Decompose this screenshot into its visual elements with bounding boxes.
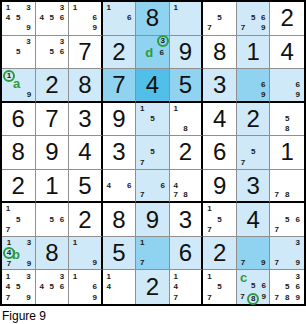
candidate-6: 6 [57, 13, 67, 23]
cell-r2c6: 9 [170, 36, 204, 70]
candidate-7: 7 [271, 225, 282, 235]
candidate-grid: 169 [70, 3, 100, 34]
candidate-5: 5 [147, 114, 157, 124]
cell-r5c9: 1 [270, 136, 304, 170]
cell-r8c1: 13479b [2, 237, 36, 271]
candidate-grid: 69 [238, 70, 269, 100]
candidate-1: 1 [3, 271, 13, 282]
cell-r5c8: 57 [237, 136, 271, 170]
cell-r5c4: 3 [103, 136, 137, 170]
candidate-3: 3 [23, 3, 33, 13]
candidate-7: 7 [137, 258, 147, 268]
big-digit: 2 [36, 69, 69, 101]
cell-r7c7: 157 [203, 203, 237, 237]
cell-r1c1: 13459 [2, 2, 36, 36]
cell-r6c7: 9 [203, 170, 237, 204]
cell-r8c8: 79 [237, 237, 271, 271]
candidate-grid: 169 [70, 271, 100, 303]
annotation-label-c: c [240, 271, 247, 284]
candidate-grid: 379 [271, 238, 303, 269]
candidate-7: 7 [137, 158, 147, 168]
candidate-grid: 157 [3, 204, 34, 235]
big-digit: 2 [270, 2, 304, 35]
cell-r8c5: 17 [136, 237, 170, 271]
big-digit: 2 [2, 170, 35, 202]
candidate-grid: 134579 [3, 271, 34, 303]
circled-candidate-d: 3 [157, 35, 169, 47]
cell-r6c8: 3 [237, 170, 271, 204]
candidate-1: 1 [104, 3, 114, 13]
candidate-9: 9 [292, 90, 303, 100]
candidate-9: 9 [23, 23, 33, 33]
candidate-5: 5 [248, 13, 258, 23]
candidate-4: 4 [171, 282, 181, 293]
figure-caption: Figure 9 [0, 306, 306, 324]
cell-r8c4: 5 [103, 237, 137, 271]
sudoku-grid: 13459345616916815756792353567236d981419a… [0, 0, 306, 306]
candidate-5: 5 [282, 282, 293, 293]
circled-candidate-c: 8 [247, 293, 259, 305]
candidate-9: 9 [24, 91, 33, 100]
candidate-9: 9 [24, 259, 33, 268]
cell-r3c3: 8 [69, 69, 103, 103]
cell-r9c5: 2 [136, 270, 170, 304]
candidate-6: 6 [57, 215, 67, 225]
cell-r4c4: 9 [103, 103, 137, 137]
candidate-5: 5 [282, 114, 293, 124]
big-digit: 4 [69, 136, 101, 169]
cell-r9c3: 169 [69, 270, 103, 304]
cell-r7c8: 4 [237, 203, 271, 237]
candidate-4: 4 [3, 13, 13, 23]
big-digit: 4 [270, 36, 304, 69]
big-digit: 4 [237, 203, 270, 236]
big-digit: 6 [2, 103, 35, 136]
cell-r1c9: 2 [270, 2, 304, 36]
candidate-3: 3 [57, 271, 67, 282]
big-digit: 7 [103, 69, 136, 101]
big-digit: 1 [237, 36, 270, 69]
candidate-grid: 17 [137, 238, 168, 269]
candidate-grid: 57 [137, 137, 168, 168]
big-digit: 2 [103, 36, 136, 69]
cell-r1c4: 16 [103, 2, 137, 36]
candidate-grid: 157 [204, 271, 235, 303]
candidate-grid: 56 [37, 204, 68, 235]
candidate-7: 7 [271, 190, 282, 200]
candidate-4: 4 [171, 181, 181, 191]
cell-r6c4: 46 [103, 170, 137, 204]
candidate-1: 1 [137, 104, 147, 114]
cell-r3c9: 69 [270, 69, 304, 103]
cell-r5c6: 2 [170, 136, 204, 170]
candidate-grid: 5679 [238, 3, 269, 34]
candidate-3: 3 [57, 3, 67, 13]
candidate-5: 5 [13, 282, 23, 293]
cell-r3c2: 2 [36, 69, 70, 103]
candidate-5: 5 [47, 47, 57, 57]
cell-r7c2: 56 [36, 203, 70, 237]
cell-r4c9: 58 [270, 103, 304, 137]
candidate-6: 6 [292, 80, 303, 90]
cell-r2c8: 1 [237, 36, 271, 70]
cell-r7c4: 8 [103, 203, 137, 237]
cell-r8c7: 2 [203, 237, 237, 271]
cell-r5c2: 9 [36, 136, 70, 170]
candidate-3: 3 [292, 271, 303, 282]
big-digit: 3 [237, 170, 270, 202]
candidate-1: 1 [137, 238, 147, 248]
cell-r3c7: 3 [203, 69, 237, 103]
candidate-6: 6 [124, 13, 134, 23]
candidate-grid: 13459 [3, 3, 34, 34]
cell-r9c4: 14 [103, 270, 137, 304]
cell-r7c9: 567 [270, 203, 304, 237]
candidate-8: 8 [282, 124, 293, 134]
candidate-4: 4 [3, 282, 13, 293]
candidate-7: 7 [204, 292, 214, 303]
cell-r4c5: 15 [136, 103, 170, 137]
candidate-9: 9 [259, 291, 268, 303]
candidate-6: 6 [124, 181, 134, 191]
cell-r1c2: 3456 [36, 2, 70, 36]
candidate-grid: 157 [204, 204, 235, 235]
candidate-9: 9 [90, 23, 100, 33]
big-digit: 8 [203, 36, 236, 69]
candidate-1: 1 [171, 104, 181, 114]
candidate-5: 5 [13, 13, 23, 23]
candidate-7: 7 [238, 291, 247, 303]
candidate-9: 9 [23, 292, 33, 303]
candidate-7: 7 [238, 258, 248, 268]
candidate-7: 7 [3, 292, 13, 303]
cell-r2c5: 36d [136, 36, 170, 70]
big-digit: 3 [103, 136, 136, 169]
candidate-1: 1 [171, 3, 181, 13]
cell-r4c3: 3 [69, 103, 103, 137]
candidate-1: 1 [3, 3, 13, 13]
cell-r5c1: 8 [2, 136, 36, 170]
candidate-9: 9 [90, 292, 100, 303]
candidate-9: 9 [292, 258, 303, 268]
cell-r1c3: 169 [69, 2, 103, 36]
candidate-5: 5 [282, 215, 293, 225]
candidate-grid: 58 [271, 104, 303, 135]
big-digit: 7 [69, 36, 101, 69]
candidate-6: 6 [156, 49, 168, 58]
candidate-7: 7 [271, 292, 282, 303]
cell-r6c9: 78 [270, 170, 304, 204]
candidate-1: 1 [3, 204, 13, 214]
big-digit: 9 [103, 103, 136, 136]
big-digit: 1 [270, 136, 304, 169]
big-digit: 5 [103, 237, 136, 270]
cell-r2c4: 2 [103, 36, 137, 70]
cell-r1c6: 1 [170, 2, 204, 36]
cell-r8c2: 8 [36, 237, 70, 271]
cell-r7c1: 157 [2, 203, 36, 237]
big-digit: 8 [103, 203, 136, 236]
big-digit: 6 [170, 237, 202, 270]
candidate-grid: 356789 [271, 271, 303, 303]
candidate-1: 1 [70, 271, 80, 282]
candidate-5: 5 [147, 147, 157, 157]
annotation-label-a: a [13, 77, 20, 90]
annotation-label-b: b [12, 248, 20, 261]
big-digit: 2 [69, 203, 101, 236]
candidate-3: 3 [57, 37, 67, 47]
candidate-grid: 3456 [37, 271, 68, 303]
cell-r7c5: 9 [136, 203, 170, 237]
big-digit: 5 [170, 69, 202, 101]
big-digit: 7 [36, 103, 69, 136]
candidate-8: 8 [282, 292, 293, 303]
candidate-3: 3 [23, 37, 33, 47]
candidate-grid: 78 [271, 171, 303, 201]
candidate-3: 3 [24, 238, 33, 247]
candidate-5: 5 [215, 215, 225, 225]
candidate-1: 1 [70, 3, 80, 13]
big-digit: 2 [170, 136, 202, 169]
big-digit: 8 [36, 237, 69, 270]
cell-r1c8: 5679 [237, 2, 271, 36]
big-digit: 3 [203, 69, 236, 101]
cell-r4c6: 18 [170, 103, 204, 137]
candidate-5: 5 [47, 215, 57, 225]
candidate-6: 6 [90, 282, 100, 293]
cell-r9c9: 356789 [270, 270, 304, 304]
cell-r5c5: 57 [136, 136, 170, 170]
candidate-9: 9 [258, 90, 268, 100]
candidate-4: 4 [37, 282, 47, 293]
candidate-6: 6 [258, 80, 268, 90]
candidate-grid: 16 [104, 3, 135, 34]
cell-r7c3: 2 [69, 203, 103, 237]
candidate-grid: 356 [37, 37, 68, 68]
candidate-1: 1 [104, 271, 114, 282]
cell-r6c2: 1 [36, 170, 70, 204]
candidate-grid: 147 [171, 271, 201, 303]
cell-r3c6: 5 [170, 69, 204, 103]
cell-r2c9: 4 [270, 36, 304, 70]
candidate-9: 9 [90, 258, 100, 268]
candidate-7: 7 [171, 292, 181, 303]
candidate-6: 6 [90, 13, 100, 23]
cell-r2c7: 8 [203, 36, 237, 70]
candidate-5: 5 [247, 281, 259, 291]
candidate-5: 5 [248, 147, 258, 157]
big-digit: 2 [237, 103, 270, 136]
candidate-7: 7 [238, 158, 248, 168]
candidate-7: 7 [171, 190, 181, 200]
big-digit: 4 [203, 103, 236, 136]
candidate-8: 8 [181, 124, 191, 134]
cell-r4c8: 2 [237, 103, 271, 137]
cell-r9c8: 56789c [237, 270, 271, 304]
cell-r6c5: 67 [136, 170, 170, 204]
candidate-5: 5 [215, 13, 225, 23]
sudoku-figure: 13459345616916815756792353567236d981419a… [0, 0, 306, 324]
cell-r2c2: 356 [36, 36, 70, 70]
candidate-7: 7 [238, 23, 248, 33]
candidate-1: 1 [3, 238, 15, 247]
big-digit: 5 [69, 170, 101, 202]
candidate-3: 3 [23, 271, 33, 282]
candidate-1: 1 [171, 271, 181, 282]
candidate-grid: 46 [104, 171, 135, 201]
candidate-grid: 1 [171, 3, 201, 34]
big-digit: 1 [36, 170, 69, 202]
candidate-grid: 15 [137, 104, 168, 135]
cell-r2c1: 35 [2, 36, 36, 70]
big-digit: 9 [136, 203, 169, 236]
cell-r9c6: 147 [170, 270, 204, 304]
candidate-7: 7 [3, 225, 13, 235]
cell-r8c6: 6 [170, 237, 204, 271]
cell-r3c8: 69 [237, 69, 271, 103]
big-digit: 8 [136, 2, 169, 35]
cell-r4c1: 6 [2, 103, 36, 137]
candidate-6: 6 [158, 181, 168, 191]
candidate-5: 5 [215, 282, 225, 293]
candidate-grid: 567 [271, 204, 303, 235]
candidate-6: 6 [292, 282, 303, 293]
cell-r1c7: 57 [203, 2, 237, 36]
candidate-9: 9 [292, 292, 303, 303]
candidate-6: 6 [57, 47, 67, 57]
cell-r6c6: 478 [170, 170, 204, 204]
cell-r9c2: 3456 [36, 270, 70, 304]
candidate-9: 9 [258, 23, 268, 33]
big-digit: 6 [203, 136, 236, 169]
candidate-7: 7 [271, 258, 282, 268]
candidate-grid: 18 [171, 104, 201, 135]
candidate-7: 7 [204, 225, 214, 235]
cell-r4c2: 7 [36, 103, 70, 137]
cell-r5c7: 6 [203, 136, 237, 170]
candidate-6: 6 [258, 13, 268, 23]
big-digit: 9 [203, 170, 236, 202]
cell-r8c3: 19 [69, 237, 103, 271]
candidate-7: 7 [137, 190, 147, 200]
cell-r5c3: 4 [69, 136, 103, 170]
candidate-6: 6 [292, 215, 303, 225]
big-digit: 8 [2, 136, 35, 169]
cell-r9c1: 134579 [2, 270, 36, 304]
cell-r2c3: 7 [69, 36, 103, 70]
big-digit: 4 [136, 69, 169, 101]
candidate-grid: 3456 [37, 3, 68, 34]
cell-r3c1: 19a [2, 69, 36, 103]
candidate-6: 6 [259, 281, 268, 291]
big-digit: 2 [136, 270, 169, 304]
annotation-label-d: d [145, 46, 153, 59]
candidate-9: 9 [258, 258, 268, 268]
candidate-6: 6 [57, 282, 67, 293]
cell-r3c4: 7 [103, 69, 137, 103]
candidate-grid: 67 [137, 171, 168, 201]
candidate-grid: 35 [3, 37, 34, 68]
candidate-1: 1 [70, 238, 80, 248]
cell-r3c5: 4 [136, 69, 170, 103]
candidate-5: 5 [47, 282, 57, 293]
big-digit: 3 [69, 103, 101, 136]
cell-r1c5: 8 [136, 2, 170, 36]
candidate-5: 5 [47, 13, 57, 23]
candidate-grid: 69 [271, 70, 303, 100]
candidate-5: 5 [13, 47, 23, 57]
candidate-1: 1 [204, 271, 214, 282]
candidate-4: 4 [104, 181, 114, 191]
candidate-grid: 57 [238, 137, 269, 168]
candidate-grid: 79 [238, 238, 269, 269]
big-digit: 9 [170, 36, 202, 69]
cell-r6c1: 2 [2, 170, 36, 204]
big-digit: 2 [203, 237, 236, 270]
big-digit: 8 [69, 69, 101, 101]
candidate-3: 3 [292, 238, 303, 248]
candidate-4: 4 [37, 13, 47, 23]
candidate-7: 7 [204, 23, 214, 33]
big-digit: 3 [170, 203, 202, 236]
candidate-grid: 19 [70, 238, 100, 269]
candidate-grid: 57 [204, 3, 235, 34]
cell-r9c7: 157 [203, 270, 237, 304]
big-digit: 9 [36, 136, 69, 169]
cell-r4c7: 4 [203, 103, 237, 137]
candidate-8: 8 [181, 190, 191, 200]
candidate-4: 4 [104, 282, 114, 293]
candidate-grid: 14 [104, 271, 135, 303]
candidate-1: 1 [204, 204, 214, 214]
cell-r8c9: 379 [270, 237, 304, 271]
candidate-grid: 478 [171, 171, 201, 201]
candidate-5: 5 [13, 215, 23, 225]
candidate-8: 8 [282, 190, 293, 200]
cell-r7c6: 3 [170, 203, 204, 237]
cell-r6c3: 5 [69, 170, 103, 204]
